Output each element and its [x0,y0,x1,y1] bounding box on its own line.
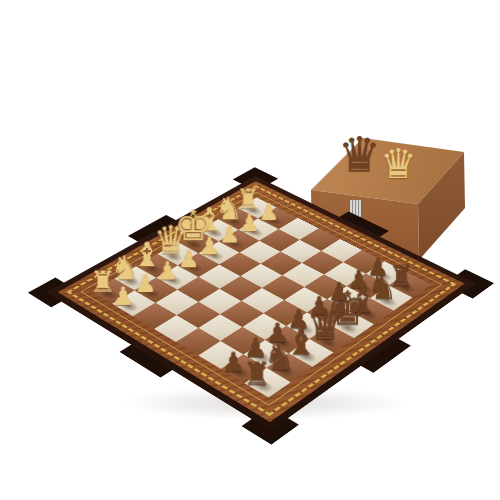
extra-white-queen[interactable]: ♛ [380,144,417,185]
product-photo-scene: ♛ ♛ ♜♟♟♜♞♟♟♞♝♟♟♝♚♟♟♚♛♟♟♛♝♟♟♝♞♟♟♞♜♟♟♜ [0,0,500,500]
black-rook[interactable]: ♜ [241,358,274,390]
white-pawn[interactable]: ♟ [108,284,139,310]
board-perspective-wrap: ♜♟♟♜♞♟♟♞♝♟♟♝♚♟♟♚♛♟♟♛♝♟♟♝♞♟♟♞♜♟♟♜ [142,168,382,408]
chess-board: ♜♟♟♜♞♟♟♞♝♟♟♝♚♟♟♚♛♟♟♛♝♟♟♝♞♟♟♞♜♟♟♜ [92,197,431,397]
